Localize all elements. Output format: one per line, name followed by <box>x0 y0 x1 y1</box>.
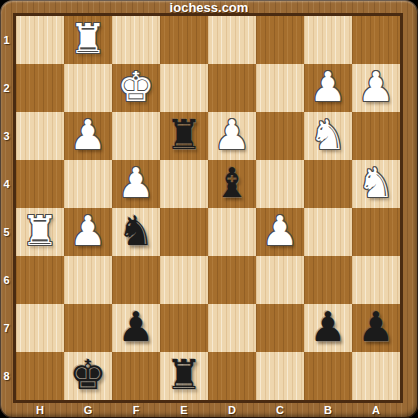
square-g2[interactable] <box>64 64 112 112</box>
square-c2[interactable] <box>256 64 304 112</box>
square-f1[interactable] <box>112 16 160 64</box>
black-pawn[interactable]: ♟ <box>358 303 395 351</box>
file-label-A: A <box>352 402 400 417</box>
square-d8[interactable] <box>208 352 256 400</box>
square-g4[interactable] <box>64 160 112 208</box>
square-e7[interactable] <box>160 304 208 352</box>
square-b7[interactable]: ♟ <box>304 304 352 352</box>
square-f6[interactable] <box>112 256 160 304</box>
rank-label-5: 5 <box>0 208 13 256</box>
square-h8[interactable] <box>16 352 64 400</box>
square-e1[interactable] <box>160 16 208 64</box>
file-label-B: B <box>304 402 352 417</box>
square-e8[interactable]: ♜ <box>160 352 208 400</box>
white-pawn[interactable]: ♟ <box>214 111 251 159</box>
square-b3[interactable]: ♞ <box>304 112 352 160</box>
black-rook[interactable]: ♜ <box>166 111 203 159</box>
white-pawn[interactable]: ♟ <box>262 207 299 255</box>
square-d7[interactable] <box>208 304 256 352</box>
black-pawn[interactable]: ♟ <box>118 303 155 351</box>
square-h3[interactable] <box>16 112 64 160</box>
square-b6[interactable] <box>304 256 352 304</box>
square-h7[interactable] <box>16 304 64 352</box>
square-b2[interactable]: ♟ <box>304 64 352 112</box>
square-f3[interactable] <box>112 112 160 160</box>
white-pawn[interactable]: ♟ <box>70 111 107 159</box>
square-c6[interactable] <box>256 256 304 304</box>
file-label-H: H <box>16 402 64 417</box>
square-a7[interactable]: ♟ <box>352 304 400 352</box>
rank-label-4: 4 <box>0 160 13 208</box>
file-label-D: D <box>208 402 256 417</box>
square-d6[interactable] <box>208 256 256 304</box>
square-f8[interactable] <box>112 352 160 400</box>
white-pawn[interactable]: ♟ <box>118 159 155 207</box>
square-b8[interactable] <box>304 352 352 400</box>
square-c1[interactable] <box>256 16 304 64</box>
square-b4[interactable] <box>304 160 352 208</box>
square-g3[interactable]: ♟ <box>64 112 112 160</box>
rank-label-2: 2 <box>0 64 13 112</box>
white-pawn[interactable]: ♟ <box>70 207 107 255</box>
white-pawn[interactable]: ♟ <box>310 63 347 111</box>
square-a3[interactable] <box>352 112 400 160</box>
rank-label-1: 1 <box>0 16 13 64</box>
square-c3[interactable] <box>256 112 304 160</box>
square-f7[interactable]: ♟ <box>112 304 160 352</box>
square-f2[interactable]: ♚ <box>112 64 160 112</box>
square-e2[interactable] <box>160 64 208 112</box>
square-h1[interactable] <box>16 16 64 64</box>
board-border: ♜♚♟♟♟♜♟♞♟♝♞♜♟♞♟♟♟♟♚♜ <box>13 13 403 403</box>
square-a8[interactable] <box>352 352 400 400</box>
square-h4[interactable] <box>16 160 64 208</box>
square-d4[interactable]: ♝ <box>208 160 256 208</box>
square-a4[interactable]: ♞ <box>352 160 400 208</box>
black-pawn[interactable]: ♟ <box>310 303 347 351</box>
rank-label-8: 8 <box>0 352 13 400</box>
white-knight[interactable]: ♞ <box>310 111 347 159</box>
square-a6[interactable] <box>352 256 400 304</box>
square-g5[interactable]: ♟ <box>64 208 112 256</box>
file-labels: HGFEDCBA <box>16 402 400 417</box>
rank-label-7: 7 <box>0 304 13 352</box>
square-d3[interactable]: ♟ <box>208 112 256 160</box>
black-knight[interactable]: ♞ <box>118 207 155 255</box>
file-label-E: E <box>160 402 208 417</box>
square-g1[interactable]: ♜ <box>64 16 112 64</box>
rank-label-3: 3 <box>0 112 13 160</box>
square-e4[interactable] <box>160 160 208 208</box>
board: ♜♚♟♟♟♜♟♞♟♝♞♜♟♞♟♟♟♟♚♜ <box>16 16 400 400</box>
square-d1[interactable] <box>208 16 256 64</box>
white-rook[interactable]: ♜ <box>70 15 107 63</box>
square-a2[interactable]: ♟ <box>352 64 400 112</box>
square-c8[interactable] <box>256 352 304 400</box>
black-king[interactable]: ♚ <box>70 351 107 399</box>
rank-labels: 12345678 <box>0 16 13 400</box>
file-label-C: C <box>256 402 304 417</box>
square-a1[interactable] <box>352 16 400 64</box>
file-label-G: G <box>64 402 112 417</box>
board-frame: iochess.com 12345678 ♜♚♟♟♟♜♟♞♟♝♞♜♟♞♟♟♟♟♚… <box>0 0 418 418</box>
file-label-F: F <box>112 402 160 417</box>
black-rook[interactable]: ♜ <box>166 351 203 399</box>
square-c5[interactable]: ♟ <box>256 208 304 256</box>
square-g6[interactable] <box>64 256 112 304</box>
square-h6[interactable] <box>16 256 64 304</box>
rank-label-6: 6 <box>0 256 13 304</box>
white-pawn[interactable]: ♟ <box>358 63 395 111</box>
square-h5[interactable]: ♜ <box>16 208 64 256</box>
square-g7[interactable] <box>64 304 112 352</box>
square-h2[interactable] <box>16 64 64 112</box>
white-rook[interactable]: ♜ <box>22 207 59 255</box>
square-f5[interactable]: ♞ <box>112 208 160 256</box>
square-d5[interactable] <box>208 208 256 256</box>
square-a5[interactable] <box>352 208 400 256</box>
square-c4[interactable] <box>256 160 304 208</box>
black-bishop[interactable]: ♝ <box>214 159 251 207</box>
square-f4[interactable]: ♟ <box>112 160 160 208</box>
square-e3[interactable]: ♜ <box>160 112 208 160</box>
square-b1[interactable] <box>304 16 352 64</box>
square-c7[interactable] <box>256 304 304 352</box>
white-knight[interactable]: ♞ <box>358 159 395 207</box>
square-e5[interactable] <box>160 208 208 256</box>
square-g8[interactable]: ♚ <box>64 352 112 400</box>
white-king[interactable]: ♚ <box>118 63 155 111</box>
square-e6[interactable] <box>160 256 208 304</box>
square-d2[interactable] <box>208 64 256 112</box>
square-b5[interactable] <box>304 208 352 256</box>
